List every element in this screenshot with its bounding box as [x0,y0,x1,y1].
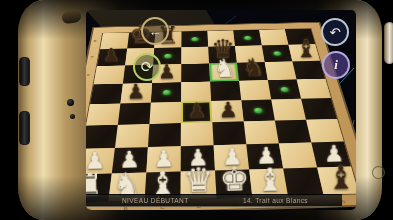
undo-arrow-icon: ↶ [330,25,341,40]
square-a3[interactable] [86,125,118,149]
square-b5[interactable]: ♟ [120,83,152,103]
square-d7[interactable] [181,47,209,64]
legal-move-dot[interactable] [191,37,198,41]
square-d6[interactable] [181,63,210,82]
info-icon: i [334,57,338,73]
square-h4[interactable] [301,98,337,120]
square-f4[interactable] [241,100,275,122]
square-a7[interactable]: ♟ [97,49,127,67]
black-bishop[interactable]: ♝ [295,36,317,61]
square-d8[interactable] [181,31,208,47]
square-c4[interactable] [149,102,181,124]
square-f8[interactable] [233,30,262,46]
square-c3[interactable] [148,123,181,147]
legal-move-dot[interactable] [280,87,289,92]
black-pawn[interactable]: ♟ [126,82,145,103]
square-f5[interactable] [239,80,271,100]
square-h3[interactable] [306,119,344,143]
rank-label-8: 8 [92,33,98,49]
square-e6[interactable]: ♞ [209,63,239,82]
level-label: NIVEAU DÉBUTANT [122,197,189,204]
square-g5[interactable] [268,79,301,99]
status-bar: NIVEAU DÉBUTANT 14. Trait aux Blancs [86,194,342,207]
square-h7[interactable]: ♝ [288,44,319,61]
speaker-indent [372,166,385,179]
rank-label-5: 5 [86,85,88,105]
turn-indicator: 14. Trait aux Blancs [243,197,308,204]
reset-button[interactable]: ⟳ [133,53,161,81]
sim-tray [61,10,82,25]
square-e3[interactable] [212,121,246,145]
square-g4[interactable] [271,99,306,121]
square-e4[interactable]: ♟ [211,100,243,122]
home-button [384,22,393,64]
front-camera [67,99,74,106]
square-d3[interactable] [181,122,214,146]
back-button[interactable]: ← [141,17,169,45]
square-f1[interactable]: ♝ [249,168,288,196]
volume-up-button [19,57,30,86]
square-b4[interactable] [118,103,151,125]
rank-label-7: 7 [89,49,95,66]
black-pawn[interactable]: ♟ [102,46,120,65]
square-h1[interactable]: ♝ [317,166,356,194]
undo-button[interactable]: ↶ [321,18,349,46]
square-h5[interactable] [297,79,331,99]
square-g6[interactable] [265,61,297,80]
legal-move-dot[interactable] [164,54,171,59]
legal-move-dot[interactable] [162,90,170,95]
black-pawn[interactable]: ♟ [218,100,238,122]
black-knight[interactable]: ♞ [241,54,264,80]
square-g1[interactable] [283,167,323,195]
square-h6[interactable] [292,61,325,80]
square-a4[interactable] [86,103,120,125]
rank-label-6: 6 [86,66,91,84]
reset-icon: ⟳ [141,58,154,76]
legal-move-dot[interactable] [253,107,262,113]
white-bishop[interactable]: ♝ [255,164,284,196]
black-pawn[interactable]: ♟ [187,100,207,122]
square-b3[interactable] [115,124,149,148]
volume-down-button [19,111,30,145]
phone-device: ♚♜♟♛♝♟♞♞♟♟♟♟♟♟♟♟♟♟♜♞♝♛♚♝♝ abcdefgh876543… [18,0,382,220]
black-bishop[interactable]: ♝ [326,162,354,194]
square-d4[interactable]: ♟ [181,101,212,123]
white-knight[interactable]: ♞ [213,55,236,81]
white-king[interactable]: ♚ [218,163,249,197]
square-a6[interactable] [94,65,125,84]
square-g8[interactable] [259,29,288,45]
legal-move-dot[interactable] [244,36,251,40]
proximity-sensor [70,114,75,119]
square-f6[interactable]: ♞ [237,62,268,81]
square-g7[interactable] [262,45,293,62]
chess-board: ♚♜♟♛♝♟♞♞♟♟♟♟♟♟♟♟♟♟♜♞♝♛♚♝♝ abcdefgh876543… [86,23,356,210]
square-c5[interactable] [151,82,181,102]
square-g3[interactable] [275,120,311,144]
back-arrow-icon: ← [149,24,162,39]
legal-move-dot[interactable] [273,51,281,55]
square-f3[interactable] [244,121,279,145]
square-a5[interactable] [90,84,123,105]
chess-board-grid: ♚♜♟♛♝♟♞♞♟♟♟♟♟♟♟♟♟♟♜♞♝♛♚♝♝ [86,29,356,203]
info-button[interactable]: i [322,51,350,79]
white-queen[interactable]: ♛ [183,164,214,198]
app-screen: ♚♜♟♛♝♟♞♞♟♟♟♟♟♟♟♟♟♟♜♞♝♛♚♝♝ abcdefgh876543… [86,10,356,210]
